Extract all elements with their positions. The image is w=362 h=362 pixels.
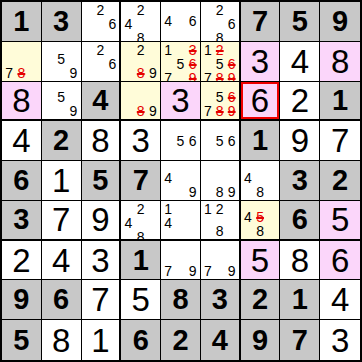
given-digit: 9 <box>2 280 41 319</box>
given-digit: 3 <box>2 201 41 239</box>
cell-r3c1[interactable]: 8 <box>2 82 42 122</box>
cell-r7c5[interactable]: 79 <box>161 241 201 281</box>
candidate-8: 8 <box>214 224 226 238</box>
cell-r2c3[interactable]: 26 <box>82 42 122 82</box>
cell-r2c9[interactable]: 8 <box>320 42 360 82</box>
candidate-3-eliminated: 3 <box>187 43 199 57</box>
given-digit: 4 <box>201 320 239 360</box>
pencil-marks: 56789 <box>202 83 238 119</box>
pencil-marks: 59 <box>43 83 80 119</box>
pencil-marks: 1256789 <box>202 43 238 80</box>
candidate-9: 9 <box>67 66 79 80</box>
solved-digit: 5 <box>241 241 280 280</box>
cell-r6c1[interactable]: 3 <box>2 201 42 241</box>
cell-r8c4[interactable]: 5 <box>121 280 161 320</box>
cell-r9c7[interactable]: 9 <box>241 320 281 360</box>
cell-r4c2[interactable]: 2 <box>42 121 82 161</box>
candidate-7: 7 <box>162 71 174 82</box>
solved-digit: 6 <box>241 82 280 120</box>
solved-digit: 5 <box>320 201 360 239</box>
given-digit: 3 <box>42 2 81 41</box>
pencil-marks: 79 <box>202 242 238 279</box>
cell-r6c4[interactable]: 248 <box>121 201 161 241</box>
cell-r5c9[interactable]: 2 <box>320 161 360 201</box>
candidate-9: 9 <box>147 104 159 118</box>
given-digit: 6 <box>121 320 160 360</box>
candidate-8: 8 <box>135 31 147 42</box>
cell-r7c1[interactable]: 2 <box>2 241 42 281</box>
cell-r2c2[interactable]: 59 <box>42 42 82 82</box>
cell-r3c7[interactable]: 6 <box>241 82 281 122</box>
cell-r1c9[interactable]: 9 <box>320 2 360 42</box>
cell-r9c4[interactable]: 6 <box>121 320 161 360</box>
given-digit: 2 <box>241 280 280 319</box>
given-digit: 1 <box>241 121 280 160</box>
given-digit: 7 <box>241 2 280 41</box>
pencil-marks: 46 <box>162 3 199 40</box>
cell-r4c6[interactable]: 56 <box>201 121 241 161</box>
cell-r3c4[interactable]: 89 <box>121 82 161 122</box>
candidate-5: 5 <box>55 90 67 104</box>
cell-r4c8[interactable]: 9 <box>280 121 320 161</box>
given-digit: 7 <box>280 320 319 360</box>
solved-digit: 7 <box>320 121 360 160</box>
solved-digit: 2 <box>280 82 319 120</box>
pencil-marks: 14 <box>162 202 199 238</box>
given-digit: 6 <box>42 280 81 319</box>
given-digit: 1 <box>320 82 360 120</box>
cell-r3c3[interactable]: 4 <box>82 82 122 122</box>
cell-r7c3[interactable]: 3 <box>82 241 122 281</box>
cell-r5c1[interactable]: 6 <box>2 161 42 201</box>
pencil-marks: 78 <box>3 43 40 80</box>
given-digit: 2 <box>320 161 360 200</box>
candidate-9-eliminated: 9 <box>187 71 199 82</box>
solved-digit: 8 <box>320 42 360 81</box>
candidate-6: 6 <box>226 134 238 148</box>
solved-digit: 3 <box>82 241 120 280</box>
cell-r4c3[interactable]: 8 <box>82 121 122 161</box>
solved-digit: 8 <box>280 241 319 280</box>
pencil-marks: 248 <box>122 202 159 238</box>
cell-r1c7[interactable]: 7 <box>241 2 281 42</box>
candidate-5: 5 <box>174 57 186 71</box>
solved-digit: 1 <box>42 161 81 200</box>
cell-r3c9[interactable]: 1 <box>320 82 360 122</box>
solved-digit: 3 <box>320 320 360 360</box>
cell-r6c3[interactable]: 9 <box>82 201 122 241</box>
cell-r9c6[interactable]: 4 <box>201 320 241 360</box>
candidate-4: 4 <box>242 171 254 185</box>
candidate-2: 2 <box>94 43 106 57</box>
solved-digit: 2 <box>2 241 41 280</box>
given-digit: 6 <box>2 161 41 200</box>
solved-digit: 7 <box>42 201 81 239</box>
candidate-9: 9 <box>187 264 199 278</box>
candidate-6: 6 <box>106 57 118 71</box>
candidate-8-eliminated: 8 <box>135 104 147 118</box>
candidate-4: 4 <box>162 216 174 230</box>
cell-r2c7[interactable]: 3 <box>241 42 281 82</box>
candidate-1: 1 <box>202 202 214 216</box>
solved-digit: 9 <box>82 201 120 239</box>
solved-digit: 3 <box>161 82 200 120</box>
solved-digit: 4 <box>320 280 360 319</box>
cell-r2c4[interactable]: 289 <box>121 42 161 82</box>
given-digit: 1 <box>2 2 41 41</box>
solved-digit: 4 <box>2 121 41 160</box>
cell-r5c4[interactable]: 7 <box>121 161 161 201</box>
pencil-marks: 248 <box>122 3 159 40</box>
solved-digit: 3 <box>241 42 280 81</box>
candidate-1: 1 <box>202 43 214 57</box>
given-digit: 1 <box>121 241 160 280</box>
candidate-7: 7 <box>202 71 214 82</box>
cell-r6c7[interactable]: 458 <box>241 201 281 241</box>
cell-r5c2[interactable]: 1 <box>42 161 82 201</box>
cell-r6c5[interactable]: 14 <box>161 201 201 241</box>
given-digit: 9 <box>320 2 360 41</box>
cell-r8c9[interactable]: 4 <box>320 280 360 320</box>
pencil-marks: 56 <box>162 122 199 159</box>
candidate-1: 1 <box>162 202 174 216</box>
candidate-9: 9 <box>147 66 159 80</box>
candidate-8-eliminated: 8 <box>214 104 226 118</box>
candidate-5: 5 <box>55 52 67 66</box>
given-digit: 2 <box>42 121 81 160</box>
cell-r6c6[interactable]: 128 <box>201 201 241 241</box>
pencil-marks: 59 <box>43 43 80 80</box>
cell-r7c9[interactable]: 6 <box>320 241 360 281</box>
cell-r9c8[interactable]: 7 <box>280 320 320 360</box>
solved-digit: 4 <box>42 241 81 280</box>
candidate-9: 9 <box>226 185 238 199</box>
cell-r4c7[interactable]: 1 <box>241 121 281 161</box>
cell-r9c2[interactable]: 8 <box>42 320 82 360</box>
candidate-5: 5 <box>214 134 226 148</box>
candidate-1: 1 <box>162 43 174 57</box>
candidate-8: 8 <box>254 185 266 199</box>
cell-r7c4[interactable]: 1 <box>121 241 161 281</box>
given-digit: 4 <box>82 82 120 120</box>
solved-digit: 5 <box>121 280 160 319</box>
cell-r6c8[interactable]: 6 <box>280 201 320 241</box>
candidate-2: 2 <box>214 3 226 17</box>
solved-digit: 4 <box>280 42 319 81</box>
pencil-marks: 128 <box>202 202 238 238</box>
cell-r1c4[interactable]: 248 <box>121 2 161 42</box>
candidate-5: 5 <box>214 57 226 71</box>
candidate-6-eliminated: 6 <box>226 90 238 104</box>
cell-r9c1[interactable]: 5 <box>2 320 42 360</box>
given-digit: 5 <box>280 2 319 41</box>
pencil-marks: 26 <box>83 3 119 40</box>
candidate-8-eliminated: 8 <box>15 66 27 80</box>
solved-digit: 8 <box>82 121 120 160</box>
cell-r3c5[interactable]: 3 <box>161 82 201 122</box>
cell-r6c2[interactable]: 7 <box>42 201 82 241</box>
pencil-marks: 56 <box>202 122 238 159</box>
candidate-2: 2 <box>135 202 147 216</box>
candidate-5: 5 <box>214 90 226 104</box>
cell-r1c1[interactable]: 1 <box>2 2 42 42</box>
candidate-9-eliminated: 9 <box>226 71 238 82</box>
cell-r3c6[interactable]: 56789 <box>201 82 241 122</box>
pencil-marks: 89 <box>122 83 159 119</box>
pencil-marks: 89 <box>202 162 238 199</box>
cell-r2c8[interactable]: 4 <box>280 42 320 82</box>
cell-r7c8[interactable]: 8 <box>280 241 320 281</box>
solved-digit: 7 <box>82 280 120 319</box>
candidate-9: 9 <box>187 185 199 199</box>
cell-r7c2[interactable]: 4 <box>42 241 82 281</box>
cell-r1c5[interactable]: 46 <box>161 2 201 42</box>
candidate-4: 4 <box>242 210 254 224</box>
candidate-9: 9 <box>67 104 79 118</box>
candidate-2: 2 <box>214 202 226 216</box>
cell-r7c7[interactable]: 5 <box>241 241 281 281</box>
candidate-7: 7 <box>3 66 15 80</box>
candidate-9: 9 <box>226 264 238 278</box>
pencil-marks: 268 <box>202 3 238 40</box>
cell-r5c3[interactable]: 5 <box>82 161 122 201</box>
cell-r3c8[interactable]: 2 <box>280 82 320 122</box>
cell-r6c9[interactable]: 5 <box>320 201 360 241</box>
candidate-6: 6 <box>106 17 118 31</box>
candidate-2: 2 <box>135 43 147 57</box>
cell-r8c6[interactable]: 3 <box>201 280 241 320</box>
cell-r8c8[interactable]: 1 <box>280 280 320 320</box>
candidate-5-eliminated: 5 <box>254 210 266 224</box>
candidate-4: 4 <box>162 171 174 185</box>
cell-r8c5[interactable]: 8 <box>161 280 201 320</box>
pencil-marks: 49 <box>162 162 199 199</box>
candidate-9-eliminated: 9 <box>226 104 238 118</box>
candidate-6: 6 <box>187 14 199 28</box>
cell-r1c2[interactable]: 3 <box>42 2 82 42</box>
candidate-8-eliminated: 8 <box>214 71 226 82</box>
cell-r7c6[interactable]: 79 <box>201 241 241 281</box>
cell-r1c3[interactable]: 26 <box>82 2 122 42</box>
candidate-4: 4 <box>162 14 174 28</box>
given-digit: 7 <box>121 161 160 200</box>
candidate-4: 4 <box>122 216 134 230</box>
solved-digit: 3 <box>121 121 160 160</box>
sudoku-board: 1326248462687597859262891356791256789348… <box>0 0 362 362</box>
solved-digit: 8 <box>2 82 41 120</box>
cell-r2c1[interactable]: 78 <box>2 42 42 82</box>
pencil-marks: 48 <box>242 162 279 199</box>
candidate-8: 8 <box>214 185 226 199</box>
candidate-8-eliminated: 8 <box>135 66 147 80</box>
given-digit: 5 <box>2 320 41 360</box>
cell-r2c6[interactable]: 1256789 <box>201 42 241 82</box>
pencil-marks: 79 <box>162 242 199 279</box>
candidate-8: 8 <box>254 224 266 238</box>
candidate-7: 7 <box>202 104 214 118</box>
cell-r5c5[interactable]: 49 <box>161 161 201 201</box>
solved-digit: 6 <box>320 241 360 280</box>
given-digit: 5 <box>82 161 120 200</box>
candidate-6: 6 <box>226 17 238 31</box>
candidate-2-eliminated: 2 <box>214 43 226 57</box>
solved-digit: 1 <box>82 320 120 360</box>
given-digit: 9 <box>241 320 280 360</box>
given-digit: 6 <box>280 201 319 239</box>
cell-r9c3[interactable]: 1 <box>82 320 122 360</box>
cell-r5c6[interactable]: 89 <box>201 161 241 201</box>
cell-r5c7[interactable]: 48 <box>241 161 281 201</box>
pencil-marks: 26 <box>83 43 119 80</box>
cell-r8c2[interactable]: 6 <box>42 280 82 320</box>
candidate-8: 8 <box>214 31 226 42</box>
cell-r4c5[interactable]: 56 <box>161 121 201 161</box>
candidate-7: 7 <box>162 264 174 278</box>
cell-r2c5[interactable]: 135679 <box>161 42 201 82</box>
given-digit: 8 <box>161 280 200 319</box>
cell-r4c9[interactable]: 7 <box>320 121 360 161</box>
candidate-6-eliminated: 6 <box>187 57 199 71</box>
candidate-4: 4 <box>122 17 134 31</box>
cell-r5c8[interactable]: 3 <box>280 161 320 201</box>
cell-r8c7[interactable]: 2 <box>241 280 281 320</box>
candidate-7: 7 <box>202 264 214 278</box>
cell-r1c8[interactable]: 5 <box>280 2 320 42</box>
given-digit: 2 <box>161 320 200 360</box>
pencil-marks: 289 <box>122 43 159 80</box>
given-digit: 3 <box>201 280 239 319</box>
cell-r4c1[interactable]: 4 <box>2 121 42 161</box>
given-digit: 3 <box>280 161 319 200</box>
given-digit: 1 <box>280 280 319 319</box>
cell-r4c4[interactable]: 3 <box>121 121 161 161</box>
cell-r9c5[interactable]: 2 <box>161 320 201 360</box>
pencil-marks: 458 <box>242 202 279 238</box>
pencil-marks: 135679 <box>162 43 199 80</box>
candidate-8: 8 <box>135 230 147 241</box>
solved-digit: 8 <box>42 320 81 360</box>
cell-r3c2[interactable]: 59 <box>42 82 82 122</box>
candidate-5: 5 <box>174 134 186 148</box>
cell-r8c3[interactable]: 7 <box>82 280 122 320</box>
candidate-6: 6 <box>187 134 199 148</box>
candidate-2: 2 <box>94 3 106 17</box>
candidate-6-eliminated: 6 <box>226 57 238 71</box>
cell-r8c1[interactable]: 9 <box>2 280 42 320</box>
candidate-2: 2 <box>135 3 147 17</box>
solved-digit: 9 <box>280 121 319 160</box>
cell-r1c6[interactable]: 268 <box>201 2 241 42</box>
cell-r9c9[interactable]: 3 <box>320 320 360 360</box>
